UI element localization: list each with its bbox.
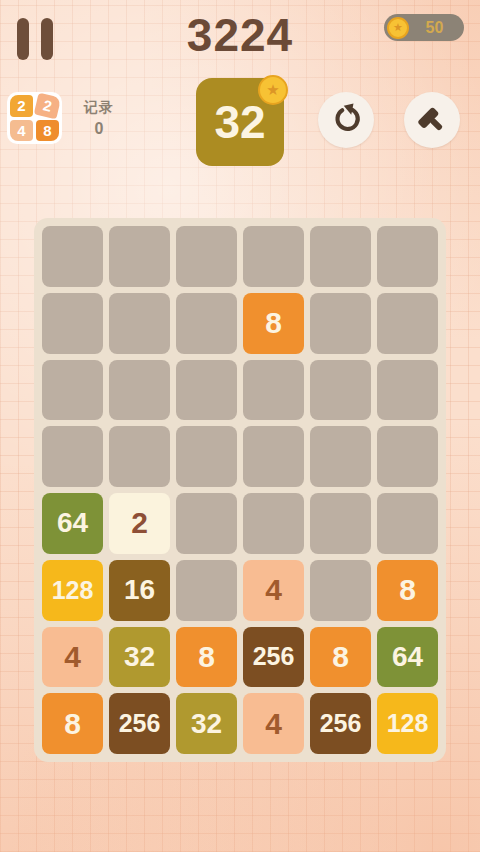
board-cell: [176, 360, 237, 421]
tile-8: 8: [176, 627, 237, 688]
tile-256: 256: [109, 693, 170, 754]
board-cell: [176, 226, 237, 287]
tile-4: 4: [243, 693, 304, 754]
tile-64: 64: [42, 493, 103, 554]
board-cell: [243, 493, 304, 554]
board-cell: [42, 226, 103, 287]
tile-8: 8: [42, 693, 103, 754]
record-label: 记录: [72, 99, 126, 117]
tile-4: 4: [42, 627, 103, 688]
hammer-button[interactable]: [404, 92, 460, 148]
board-cell: [176, 426, 237, 487]
board-cell: [176, 493, 237, 554]
board-cell: [310, 426, 371, 487]
board-cell: [310, 560, 371, 621]
tile-256: 256: [310, 693, 371, 754]
board-cell: [176, 293, 237, 354]
board-cell: [42, 426, 103, 487]
tile-64: 64: [377, 627, 438, 688]
board-cell: [42, 360, 103, 421]
coin-icon: ★: [387, 17, 409, 39]
board-cell: [377, 293, 438, 354]
next-tile-value: 32: [214, 95, 265, 149]
tile-8: 8: [243, 293, 304, 354]
logo-tile: 8: [36, 120, 59, 142]
record-block: 记录 0: [72, 99, 126, 138]
board-cell: [243, 426, 304, 487]
board-cell: [109, 293, 170, 354]
game-screen: 3224 ★ 50 2 2 4 8 记录 0 32 ★ 864212816484…: [0, 0, 480, 852]
undo-icon: [328, 102, 364, 138]
board-cell: [310, 293, 371, 354]
record-value: 0: [72, 120, 126, 138]
board-cell: [310, 360, 371, 421]
board-cell: [243, 360, 304, 421]
board-cell: [243, 226, 304, 287]
board-cell: [377, 426, 438, 487]
tile-256: 256: [243, 627, 304, 688]
game-logo: 2 2 4 8: [7, 92, 62, 144]
star-icon: ★: [258, 75, 288, 105]
logo-tile: 2: [10, 95, 33, 117]
undo-button[interactable]: [318, 92, 374, 148]
tile-128: 128: [377, 693, 438, 754]
hammer-icon: [414, 102, 450, 138]
board-cell: [310, 493, 371, 554]
tile-32: 32: [176, 693, 237, 754]
board-cell: [377, 226, 438, 287]
board-grid[interactable]: 8642128164843282568648256324256128: [34, 218, 446, 762]
next-tile-display: 32 ★: [196, 78, 284, 166]
board-cell: [377, 493, 438, 554]
board-cell: [377, 360, 438, 421]
board-cell: [109, 360, 170, 421]
coin-amount: 50: [409, 19, 464, 37]
logo-tile: 2: [34, 93, 61, 119]
tile-128: 128: [42, 560, 103, 621]
tile-8: 8: [377, 560, 438, 621]
tile-2: 2: [109, 493, 170, 554]
board-cell: [176, 560, 237, 621]
board-cell: [310, 226, 371, 287]
tile-8: 8: [310, 627, 371, 688]
board-cell: [109, 426, 170, 487]
tile-4: 4: [243, 560, 304, 621]
tile-16: 16: [109, 560, 170, 621]
board-cell: [42, 293, 103, 354]
coin-balance-pill[interactable]: ★ 50: [384, 14, 464, 41]
board-cell: [109, 226, 170, 287]
tile-32: 32: [109, 627, 170, 688]
logo-tile: 4: [10, 120, 33, 142]
